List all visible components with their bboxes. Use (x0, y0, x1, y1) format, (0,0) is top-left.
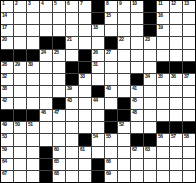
grid-cell[interactable]: 34 (144, 74, 156, 85)
grid-cell[interactable] (118, 171, 130, 182)
grid-cell[interactable] (79, 98, 91, 109)
grid-cell[interactable] (27, 86, 39, 97)
clue-number: 47 (54, 110, 59, 115)
clue-number: 20 (2, 37, 7, 42)
grid-cell[interactable]: 18 (92, 25, 104, 36)
grid-cell[interactable] (66, 171, 78, 182)
grid-cell[interactable] (170, 86, 182, 97)
clue-number: 56 (158, 134, 163, 139)
clue-number: 22 (119, 37, 124, 42)
clue-number: 58 (184, 134, 189, 139)
clue-number: 50 (15, 122, 20, 127)
grid-cell[interactable] (183, 50, 195, 61)
grid-cell[interactable]: 65 (53, 159, 65, 170)
grid-cell[interactable] (66, 50, 78, 61)
grid-cell[interactable] (170, 98, 182, 109)
clue-number: 6 (67, 1, 69, 6)
black-cell (1, 110, 13, 121)
grid-cell[interactable] (118, 159, 130, 170)
black-cell (144, 1, 156, 12)
grid-cell[interactable] (183, 86, 195, 97)
grid-cell[interactable] (66, 134, 78, 145)
grid-cell[interactable] (183, 110, 195, 121)
clue-number: 53 (2, 134, 7, 139)
black-cell (14, 110, 26, 121)
grid-cell[interactable]: 62 (131, 147, 143, 158)
grid-cell[interactable] (79, 171, 91, 182)
clue-number: 11 (158, 1, 162, 6)
black-cell (40, 159, 52, 170)
grid-cell[interactable]: 8 (105, 1, 117, 12)
grid-cell[interactable] (40, 134, 52, 145)
grid-cell[interactable] (118, 147, 130, 158)
grid-cell[interactable]: 50 (14, 122, 26, 133)
grid-cell[interactable] (183, 98, 195, 109)
grid-cell[interactable] (92, 74, 104, 85)
grid-cell[interactable]: 55 (105, 134, 117, 145)
grid-cell[interactable] (144, 86, 156, 97)
grid-cell[interactable]: 56 (157, 134, 169, 145)
grid-cell[interactable]: 39 (66, 86, 78, 97)
grid-cell[interactable] (27, 13, 39, 24)
grid-cell[interactable]: 25 (53, 50, 65, 61)
crossword-puzzle: 1234567891011121314151617181920212223242… (0, 0, 196, 183)
grid-cell[interactable] (144, 122, 156, 133)
clue-number: 37 (184, 74, 189, 79)
black-cell (53, 37, 65, 48)
clue-number: 4 (41, 1, 43, 6)
grid-cell[interactable] (131, 50, 143, 61)
grid-cell[interactable]: 68 (53, 171, 65, 182)
black-cell (92, 171, 104, 182)
grid-cell[interactable]: 40 (105, 86, 117, 97)
black-cell (131, 134, 143, 145)
grid-cell[interactable]: 13 (183, 1, 195, 12)
grid-cell[interactable]: 69 (105, 171, 117, 182)
grid-cell[interactable]: 38 (1, 86, 13, 97)
black-cell (66, 74, 78, 85)
black-cell (118, 98, 130, 109)
grid-cell[interactable] (170, 13, 182, 24)
grid-cell[interactable] (170, 171, 182, 182)
black-cell (144, 13, 156, 24)
clue-number: 18 (93, 25, 98, 30)
grid-cell[interactable] (79, 25, 91, 36)
grid-cell[interactable]: 9 (118, 1, 130, 12)
grid-cell[interactable] (53, 86, 65, 97)
grid-cell[interactable] (66, 147, 78, 158)
clue-number: 19 (158, 25, 163, 30)
clue-number: 69 (106, 171, 111, 176)
grid-cell[interactable]: 48 (131, 110, 143, 121)
black-cell (14, 50, 26, 61)
grid-cell[interactable] (131, 13, 143, 24)
grid-cell[interactable]: 3 (27, 1, 39, 12)
grid-cell[interactable] (14, 37, 26, 48)
black-cell (79, 62, 91, 73)
grid-cell[interactable] (144, 110, 156, 121)
clue-number: 26 (93, 50, 98, 55)
grid-cell[interactable]: 53 (1, 134, 13, 145)
black-cell (170, 122, 182, 133)
grid-cell[interactable]: 45 (131, 98, 143, 109)
grid-cell[interactable] (118, 13, 130, 24)
clue-number: 33 (80, 74, 85, 79)
grid-cell[interactable] (157, 86, 169, 97)
black-cell (92, 159, 104, 170)
black-cell (1, 50, 13, 61)
grid-cell[interactable] (14, 86, 26, 97)
clue-number: 42 (2, 98, 7, 103)
clue-number: 57 (171, 134, 176, 139)
grid-cell[interactable]: 42 (1, 98, 13, 109)
grid-cell[interactable] (92, 110, 104, 121)
grid-cell[interactable] (131, 159, 143, 170)
grid-cell[interactable]: 54 (92, 134, 104, 145)
grid-cell[interactable] (92, 37, 104, 48)
grid-cell[interactable] (183, 25, 195, 36)
grid-cell[interactable]: 19 (157, 25, 169, 36)
grid-cell[interactable] (118, 86, 130, 97)
grid-cell[interactable]: 1 (1, 1, 13, 12)
grid-cell[interactable]: 43 (66, 98, 78, 109)
black-cell (53, 98, 65, 109)
clue-number: 8 (106, 1, 108, 6)
grid-cell[interactable] (170, 37, 182, 48)
grid-cell[interactable] (105, 74, 117, 85)
black-cell (157, 62, 169, 73)
clue-number: 3 (28, 1, 30, 6)
black-cell (131, 74, 143, 85)
grid-cell[interactable] (14, 98, 26, 109)
black-cell (92, 13, 104, 24)
grid-cell[interactable] (79, 13, 91, 24)
grid-cell[interactable]: 20 (1, 37, 13, 48)
grid-cell[interactable]: 61 (79, 147, 91, 158)
clue-number: 24 (41, 50, 46, 55)
grid-cell[interactable] (157, 37, 169, 48)
grid-cell[interactable]: 10 (131, 1, 143, 12)
clue-number: 39 (67, 86, 72, 91)
grid-cell[interactable]: 5 (53, 1, 65, 12)
grid-cell[interactable]: 26 (92, 50, 104, 61)
grid-cell[interactable] (183, 147, 195, 158)
grid-cell[interactable] (157, 110, 169, 121)
grid-cell[interactable] (183, 37, 195, 48)
grid-cell[interactable]: 17 (1, 25, 13, 36)
grid-cell[interactable] (53, 134, 65, 145)
grid-cell[interactable]: 11 (157, 1, 169, 12)
clue-number: 38 (2, 86, 7, 91)
grid-cell[interactable] (118, 50, 130, 61)
grid-cell[interactable] (131, 37, 143, 48)
grid-cell[interactable] (14, 74, 26, 85)
grid-cell[interactable] (66, 159, 78, 170)
grid-cell[interactable] (144, 159, 156, 170)
black-cell (105, 37, 117, 48)
grid-cell[interactable] (40, 122, 52, 133)
clue-number: 25 (54, 50, 59, 55)
grid-cell[interactable] (14, 159, 26, 170)
grid-cell[interactable] (27, 134, 39, 145)
grid-cell[interactable]: 15 (105, 13, 117, 24)
black-cell (40, 147, 52, 158)
grid-cell[interactable] (40, 13, 52, 24)
clue-number: 44 (93, 98, 98, 103)
black-cell (105, 122, 117, 133)
clue-number: 7 (80, 1, 82, 6)
clue-number: 27 (106, 50, 111, 55)
clue-number: 29 (15, 62, 20, 67)
black-cell (92, 1, 104, 12)
clue-number: 23 (145, 37, 150, 42)
grid-cell[interactable] (79, 110, 91, 121)
grid-cell[interactable] (157, 147, 169, 158)
black-cell (27, 50, 39, 61)
clue-number: 1 (2, 1, 4, 6)
grid-cell[interactable]: 63 (144, 147, 156, 158)
grid-cell[interactable]: 36 (170, 74, 182, 85)
grid-cell[interactable] (27, 159, 39, 170)
grid-cell[interactable] (14, 134, 26, 145)
grid-cell[interactable] (14, 171, 26, 182)
grid-cell[interactable] (27, 74, 39, 85)
grid-cell[interactable] (40, 62, 52, 73)
clue-number: 28 (2, 62, 7, 67)
clue-number: 45 (132, 98, 137, 103)
clue-number: 31 (93, 62, 98, 67)
clue-number: 10 (132, 1, 137, 6)
grid-cell[interactable] (144, 98, 156, 109)
clue-number: 59 (2, 147, 7, 152)
grid-cell[interactable] (14, 25, 26, 36)
grid-cell[interactable] (118, 62, 130, 73)
grid-cell[interactable] (53, 62, 65, 73)
grid-cell[interactable] (92, 147, 104, 158)
grid-cell[interactable]: 30 (27, 62, 39, 73)
grid-cell[interactable] (157, 50, 169, 61)
black-cell (66, 62, 78, 73)
clue-number: 62 (132, 147, 137, 152)
grid-cell[interactable]: 52 (118, 122, 130, 133)
grid-cell[interactable]: 16 (157, 13, 169, 24)
grid-cell[interactable] (118, 134, 130, 145)
grid-cell[interactable]: 44 (92, 98, 104, 109)
grid-cell[interactable]: 49 (1, 122, 13, 133)
grid-cell[interactable] (183, 13, 195, 24)
black-cell (27, 110, 39, 121)
grid-cell[interactable] (27, 25, 39, 36)
grid-cell[interactable]: 47 (53, 110, 65, 121)
grid-cell[interactable]: 7 (79, 1, 91, 12)
grid-cell[interactable] (144, 171, 156, 182)
grid-cell[interactable] (170, 147, 182, 158)
grid-cell[interactable] (14, 147, 26, 158)
grid-cell[interactable] (66, 110, 78, 121)
clue-number: 66 (106, 159, 111, 164)
grid-cell[interactable] (131, 122, 143, 133)
grid-cell[interactable] (14, 13, 26, 24)
clue-number: 64 (2, 159, 7, 164)
clue-number: 32 (2, 74, 7, 79)
clue-number: 68 (54, 171, 59, 176)
black-cell (40, 171, 52, 182)
grid-cell[interactable] (118, 74, 130, 85)
grid-cell[interactable]: 67 (1, 171, 13, 182)
grid-cell[interactable] (131, 62, 143, 73)
grid-cell[interactable] (40, 86, 52, 97)
clue-number: 63 (145, 147, 150, 152)
grid-cell[interactable] (170, 25, 182, 36)
grid-cell[interactable] (27, 147, 39, 158)
grid-cell[interactable] (105, 25, 117, 36)
clue-number: 2 (15, 1, 17, 6)
clue-number: 9 (119, 1, 121, 6)
grid-cell[interactable] (66, 13, 78, 24)
grid-cell[interactable]: 23 (144, 37, 156, 48)
grid-cell[interactable]: 14 (1, 13, 13, 24)
black-cell (144, 134, 156, 145)
grid-cell[interactable]: 21 (66, 37, 78, 48)
grid-cell[interactable] (53, 122, 65, 133)
grid-cell[interactable]: 33 (79, 74, 91, 85)
clue-number: 41 (132, 86, 137, 91)
grid-cell[interactable]: 24 (40, 50, 52, 61)
grid-cell[interactable] (53, 74, 65, 85)
grid-cell[interactable] (144, 50, 156, 61)
grid-cell[interactable] (157, 159, 169, 170)
grid-cell[interactable] (79, 37, 91, 48)
grid-cell[interactable] (40, 98, 52, 109)
grid-cell[interactable] (118, 25, 130, 36)
clue-number: 49 (2, 122, 7, 127)
grid-cell[interactable] (170, 110, 182, 121)
grid-cell[interactable] (27, 37, 39, 48)
black-cell (118, 110, 130, 121)
clue-number: 43 (67, 98, 72, 103)
grid-cell[interactable] (66, 25, 78, 36)
black-cell (144, 25, 156, 36)
black-cell (157, 122, 169, 133)
grid-cell[interactable] (183, 171, 195, 182)
grid-cell[interactable] (144, 62, 156, 73)
black-cell (183, 62, 195, 73)
grid-cell[interactable]: 66 (105, 159, 117, 170)
black-cell (92, 86, 104, 97)
black-cell (183, 122, 195, 133)
black-cell (79, 50, 91, 61)
grid-cell[interactable] (131, 171, 143, 182)
clue-number: 65 (54, 159, 59, 164)
grid-cell[interactable] (27, 98, 39, 109)
clue-number: 48 (132, 110, 137, 115)
clue-number: 30 (28, 62, 33, 67)
grid-cell[interactable]: 37 (183, 74, 195, 85)
grid-cell[interactable]: 29 (14, 62, 26, 73)
grid-cell[interactable] (157, 98, 169, 109)
grid-cell[interactable]: 6 (66, 1, 78, 12)
grid-cell[interactable]: 4 (40, 1, 52, 12)
clue-number: 17 (2, 25, 7, 30)
clue-number: 55 (106, 134, 111, 139)
grid-cell[interactable] (170, 159, 182, 170)
clue-number: 36 (171, 74, 176, 79)
clue-number: 16 (158, 13, 163, 18)
clue-number: 40 (106, 86, 111, 91)
grid-cell[interactable] (183, 159, 195, 170)
grid-cell[interactable] (40, 74, 52, 85)
grid-cell[interactable] (79, 159, 91, 170)
clue-number: 61 (80, 147, 85, 152)
grid-cell[interactable] (105, 98, 117, 109)
grid-cell[interactable] (27, 171, 39, 182)
clue-number: 14 (2, 13, 7, 18)
clue-number: 67 (2, 171, 7, 176)
grid-cell[interactable]: 32 (1, 74, 13, 85)
black-cell (105, 110, 117, 121)
grid-cell[interactable]: 46 (40, 110, 52, 121)
crossword-grid: 1234567891011121314151617181920212223242… (0, 0, 196, 183)
grid-cell[interactable] (105, 147, 117, 158)
black-cell (40, 37, 52, 48)
grid-cell[interactable]: 2 (14, 1, 26, 12)
grid-cell[interactable]: 41 (131, 86, 143, 97)
clue-number: 34 (145, 74, 150, 79)
clue-number: 13 (184, 1, 189, 6)
grid-cell[interactable] (157, 171, 169, 182)
grid-cell[interactable]: 22 (118, 37, 130, 48)
grid-cell[interactable] (53, 13, 65, 24)
grid-cell[interactable] (105, 62, 117, 73)
grid-cell[interactable]: 64 (1, 159, 13, 170)
grid-cell[interactable]: 59 (1, 147, 13, 158)
black-cell (79, 134, 91, 145)
black-cell (170, 62, 182, 73)
grid-cell[interactable]: 58 (183, 134, 195, 145)
grid-cell[interactable] (131, 25, 143, 36)
clue-number: 15 (106, 13, 111, 18)
clue-number: 51 (28, 122, 33, 127)
clue-number: 52 (119, 122, 124, 127)
grid-cell[interactable] (79, 86, 91, 97)
grid-cell[interactable]: 57 (170, 134, 182, 145)
clue-number: 21 (67, 37, 72, 42)
grid-cell[interactable] (170, 50, 182, 61)
grid-cell[interactable]: 35 (157, 74, 169, 85)
clue-number: 35 (158, 74, 163, 79)
clue-number: 60 (54, 147, 59, 152)
clue-number: 12 (171, 1, 176, 6)
grid-cell[interactable] (92, 122, 104, 133)
grid-cell[interactable] (40, 25, 52, 36)
clue-number: 54 (93, 134, 98, 139)
grid-cell[interactable]: 51 (27, 122, 39, 133)
grid-cell[interactable]: 27 (105, 50, 117, 61)
clue-number: 5 (54, 1, 56, 6)
clue-number: 46 (41, 110, 46, 115)
grid-cell[interactable]: 60 (53, 147, 65, 158)
grid-cell[interactable] (53, 25, 65, 36)
grid-cell[interactable]: 12 (170, 1, 182, 12)
grid-cell[interactable]: 31 (92, 62, 104, 73)
grid-cell[interactable]: 28 (1, 62, 13, 73)
grid-cell[interactable] (66, 122, 78, 133)
grid-cell[interactable] (79, 122, 91, 133)
